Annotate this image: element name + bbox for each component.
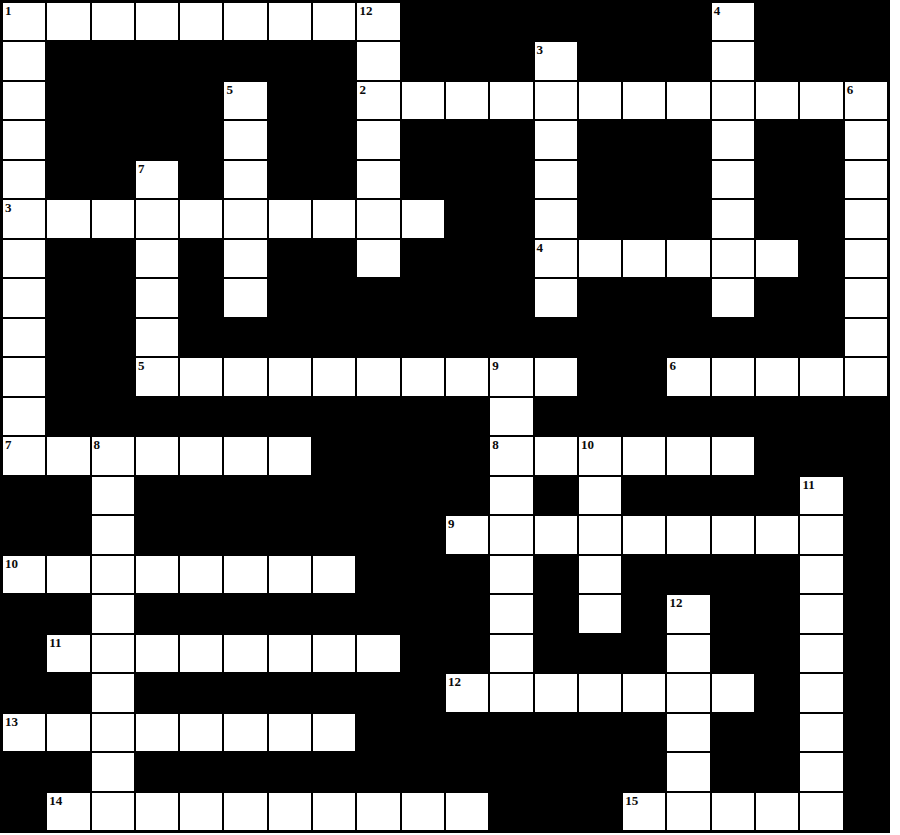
cell-r17-c15 bbox=[622, 634, 666, 673]
cell-r1-c7[interactable] bbox=[268, 2, 312, 41]
cell-r7-c4[interactable] bbox=[135, 239, 179, 278]
cell-r12-c11 bbox=[445, 436, 489, 475]
cell-r18-c11[interactable]: 12 bbox=[445, 673, 489, 712]
cell-r21-c6[interactable] bbox=[223, 792, 267, 831]
cell-r21-c9[interactable] bbox=[356, 792, 400, 831]
cell-r15-c8[interactable] bbox=[312, 555, 356, 594]
cell-r20-c3[interactable] bbox=[91, 752, 135, 791]
cell-r1-c3[interactable] bbox=[91, 2, 135, 41]
cell-r18-c16[interactable] bbox=[666, 673, 710, 712]
cell-r6-c1[interactable]: 3 bbox=[2, 199, 46, 238]
cell-r7-c16[interactable] bbox=[666, 239, 710, 278]
clue-number: 4 bbox=[537, 240, 544, 255]
cell-r8-c5 bbox=[179, 278, 223, 317]
cell-r11-c4 bbox=[135, 397, 179, 436]
cell-r21-c4[interactable] bbox=[135, 792, 179, 831]
cell-r4-c1[interactable] bbox=[2, 120, 46, 159]
clue-number: 10 bbox=[581, 437, 594, 452]
cell-r8-c6[interactable] bbox=[223, 278, 267, 317]
cell-r8-c18 bbox=[755, 278, 799, 317]
cell-r15-c6[interactable] bbox=[223, 555, 267, 594]
cell-r9-c10 bbox=[401, 318, 445, 357]
cell-r12-c14[interactable]: 10 bbox=[578, 436, 622, 475]
cell-r13-c19[interactable]: 11 bbox=[799, 476, 843, 515]
cell-r10-c10[interactable] bbox=[401, 357, 445, 396]
cell-r10-c6[interactable] bbox=[223, 357, 267, 396]
cell-r3-c3 bbox=[91, 81, 135, 120]
cell-r9-c13 bbox=[534, 318, 578, 357]
cell-r13-c12[interactable] bbox=[489, 476, 533, 515]
cell-r17-c12[interactable] bbox=[489, 634, 533, 673]
cell-r15-c14[interactable] bbox=[578, 555, 622, 594]
cell-r8-c20[interactable] bbox=[844, 278, 888, 317]
cell-r18-c15[interactable] bbox=[622, 673, 666, 712]
cell-r21-c14 bbox=[578, 792, 622, 831]
cell-r6-c8[interactable] bbox=[312, 199, 356, 238]
cell-r1-c10 bbox=[401, 2, 445, 41]
cell-r11-c3 bbox=[91, 397, 135, 436]
cell-r4-c13[interactable] bbox=[534, 120, 578, 159]
cell-r6-c10[interactable] bbox=[401, 199, 445, 238]
cell-r18-c13[interactable] bbox=[534, 673, 578, 712]
cell-r10-c20[interactable] bbox=[844, 357, 888, 396]
cell-r1-c4[interactable] bbox=[135, 2, 179, 41]
cell-r9-c8 bbox=[312, 318, 356, 357]
cell-r5-c5 bbox=[179, 160, 223, 199]
cell-r7-c14[interactable] bbox=[578, 239, 622, 278]
cell-r20-c5 bbox=[179, 752, 223, 791]
cell-r2-c12 bbox=[489, 41, 533, 80]
cell-r12-c16[interactable] bbox=[666, 436, 710, 475]
cell-r3-c20[interactable]: 6 bbox=[844, 81, 888, 120]
cell-r21-c11[interactable] bbox=[445, 792, 489, 831]
cell-r5-c18 bbox=[755, 160, 799, 199]
cell-r19-c6[interactable] bbox=[223, 713, 267, 752]
cell-r14-c17[interactable] bbox=[711, 515, 755, 554]
cell-r12-c1[interactable]: 7 bbox=[2, 436, 46, 475]
cell-r19-c5[interactable] bbox=[179, 713, 223, 752]
cell-r7-c12 bbox=[489, 239, 533, 278]
cell-r16-c4 bbox=[135, 594, 179, 633]
cell-r18-c9 bbox=[356, 673, 400, 712]
cell-r8-c9 bbox=[356, 278, 400, 317]
cell-r19-c19[interactable] bbox=[799, 713, 843, 752]
cell-r11-c15 bbox=[622, 397, 666, 436]
cell-r8-c15 bbox=[622, 278, 666, 317]
cell-r7-c15[interactable] bbox=[622, 239, 666, 278]
cell-r20-c13 bbox=[534, 752, 578, 791]
cell-r1-c5[interactable] bbox=[179, 2, 223, 41]
cell-r1-c8[interactable] bbox=[312, 2, 356, 41]
cell-r1-c1[interactable]: 1 bbox=[2, 2, 46, 41]
cell-r5-c9[interactable] bbox=[356, 160, 400, 199]
cell-r11-c18 bbox=[755, 397, 799, 436]
cell-r3-c15[interactable] bbox=[622, 81, 666, 120]
cell-r3-c6[interactable]: 5 bbox=[223, 81, 267, 120]
cell-r21-c18[interactable] bbox=[755, 792, 799, 831]
cell-r10-c8[interactable] bbox=[312, 357, 356, 396]
cell-r12-c17[interactable] bbox=[711, 436, 755, 475]
cell-r7-c7 bbox=[268, 239, 312, 278]
cell-r21-c20 bbox=[844, 792, 888, 831]
cell-r12-c7[interactable] bbox=[268, 436, 312, 475]
cell-r14-c5 bbox=[179, 515, 223, 554]
cell-r12-c15[interactable] bbox=[622, 436, 666, 475]
cell-r12-c5[interactable] bbox=[179, 436, 223, 475]
cell-r20-c10 bbox=[401, 752, 445, 791]
cell-r5-c16 bbox=[666, 160, 710, 199]
cell-r19-c14 bbox=[578, 713, 622, 752]
cell-r16-c19[interactable] bbox=[799, 594, 843, 633]
cell-r7-c20[interactable] bbox=[844, 239, 888, 278]
cell-r15-c1[interactable]: 10 bbox=[2, 555, 46, 594]
cell-r2-c9[interactable] bbox=[356, 41, 400, 80]
cell-r2-c5 bbox=[179, 41, 223, 80]
cell-r14-c3[interactable] bbox=[91, 515, 135, 554]
cell-r17-c5[interactable] bbox=[179, 634, 223, 673]
cell-r6-c9[interactable] bbox=[356, 199, 400, 238]
clue-number: 6 bbox=[669, 358, 676, 373]
cell-r19-c11 bbox=[445, 713, 489, 752]
cell-r20-c4 bbox=[135, 752, 179, 791]
cell-r18-c14[interactable] bbox=[578, 673, 622, 712]
cell-r7-c5 bbox=[179, 239, 223, 278]
cell-r1-c18 bbox=[755, 2, 799, 41]
cell-r3-c11[interactable] bbox=[445, 81, 489, 120]
cell-r4-c12 bbox=[489, 120, 533, 159]
cell-r3-c16[interactable] bbox=[666, 81, 710, 120]
cell-r2-c20 bbox=[844, 41, 888, 80]
cell-r18-c2 bbox=[46, 673, 90, 712]
cell-r17-c6[interactable] bbox=[223, 634, 267, 673]
cell-r21-c3[interactable] bbox=[91, 792, 135, 831]
cell-r15-c19[interactable] bbox=[799, 555, 843, 594]
cell-r3-c18[interactable] bbox=[755, 81, 799, 120]
cell-r7-c18[interactable] bbox=[755, 239, 799, 278]
cell-r10-c9[interactable] bbox=[356, 357, 400, 396]
cell-r6-c3[interactable] bbox=[91, 199, 135, 238]
cell-r2-c8 bbox=[312, 41, 356, 80]
cell-r18-c4 bbox=[135, 673, 179, 712]
cell-r2-c13[interactable]: 3 bbox=[534, 41, 578, 80]
cell-r21-c1 bbox=[2, 792, 46, 831]
cell-r9-c3 bbox=[91, 318, 135, 357]
cell-r15-c18 bbox=[755, 555, 799, 594]
cell-r11-c10 bbox=[401, 397, 445, 436]
clue-number: 6 bbox=[847, 82, 854, 97]
cell-r16-c12[interactable] bbox=[489, 594, 533, 633]
cell-r19-c16[interactable] bbox=[666, 713, 710, 752]
cell-r10-c5[interactable] bbox=[179, 357, 223, 396]
cell-r5-c6[interactable] bbox=[223, 160, 267, 199]
cell-r11-c1[interactable] bbox=[2, 397, 46, 436]
cell-r15-c4[interactable] bbox=[135, 555, 179, 594]
cell-r17-c4[interactable] bbox=[135, 634, 179, 673]
cell-r19-c10 bbox=[401, 713, 445, 752]
cell-r8-c4[interactable] bbox=[135, 278, 179, 317]
cell-r9-c1[interactable] bbox=[2, 318, 46, 357]
cell-r3-c12[interactable] bbox=[489, 81, 533, 120]
cell-r7-c11 bbox=[445, 239, 489, 278]
cell-r16-c7 bbox=[268, 594, 312, 633]
cell-r15-c7[interactable] bbox=[268, 555, 312, 594]
cell-r2-c3 bbox=[91, 41, 135, 80]
cell-r8-c1[interactable] bbox=[2, 278, 46, 317]
cell-r6-c12 bbox=[489, 199, 533, 238]
cell-r5-c19 bbox=[799, 160, 843, 199]
cell-r20-c16[interactable] bbox=[666, 752, 710, 791]
cell-r20-c6 bbox=[223, 752, 267, 791]
cell-r19-c8[interactable] bbox=[312, 713, 356, 752]
cell-r10-c19[interactable] bbox=[799, 357, 843, 396]
cell-r7-c13[interactable]: 4 bbox=[534, 239, 578, 278]
cell-r16-c10 bbox=[401, 594, 445, 633]
cell-r3-c10[interactable] bbox=[401, 81, 445, 120]
cell-r12-c6[interactable] bbox=[223, 436, 267, 475]
clue-number: 13 bbox=[5, 714, 18, 729]
cell-r19-c9 bbox=[356, 713, 400, 752]
cell-r7-c1[interactable] bbox=[2, 239, 46, 278]
cell-r15-c10 bbox=[401, 555, 445, 594]
cell-r10-c13[interactable] bbox=[534, 357, 578, 396]
cell-r11-c12[interactable] bbox=[489, 397, 533, 436]
cell-r8-c2 bbox=[46, 278, 90, 317]
cell-r10-c4[interactable]: 5 bbox=[135, 357, 179, 396]
cell-r7-c9[interactable] bbox=[356, 239, 400, 278]
cell-r8-c17[interactable] bbox=[711, 278, 755, 317]
cell-r13-c3[interactable] bbox=[91, 476, 135, 515]
cell-r7-c3 bbox=[91, 239, 135, 278]
cell-r6-c7[interactable] bbox=[268, 199, 312, 238]
cell-r21-c10[interactable] bbox=[401, 792, 445, 831]
cell-r16-c9 bbox=[356, 594, 400, 633]
cell-r17-c3[interactable] bbox=[91, 634, 135, 673]
cell-r17-c19[interactable] bbox=[799, 634, 843, 673]
cell-r21-c19[interactable] bbox=[799, 792, 843, 831]
cell-r1-c17[interactable]: 4 bbox=[711, 2, 755, 41]
cell-r5-c20[interactable] bbox=[844, 160, 888, 199]
cell-r15-c20 bbox=[844, 555, 888, 594]
cell-r21-c16[interactable] bbox=[666, 792, 710, 831]
cell-r12-c3[interactable]: 8 bbox=[91, 436, 135, 475]
cell-r16-c16[interactable]: 12 bbox=[666, 594, 710, 633]
cell-r14-c13[interactable] bbox=[534, 515, 578, 554]
cell-r3-c13[interactable] bbox=[534, 81, 578, 120]
cell-r18-c3[interactable] bbox=[91, 673, 135, 712]
cell-r21-c2[interactable]: 14 bbox=[46, 792, 90, 831]
cell-r4-c20[interactable] bbox=[844, 120, 888, 159]
cell-r5-c17[interactable] bbox=[711, 160, 755, 199]
cell-r6-c5[interactable] bbox=[179, 199, 223, 238]
cell-r14-c14[interactable] bbox=[578, 515, 622, 554]
cell-r3-c9[interactable]: 2 bbox=[356, 81, 400, 120]
cell-r9-c15 bbox=[622, 318, 666, 357]
cell-r2-c17[interactable] bbox=[711, 41, 755, 80]
clue-number: 11 bbox=[49, 635, 61, 650]
cell-r14-c15[interactable] bbox=[622, 515, 666, 554]
cell-r2-c7 bbox=[268, 41, 312, 80]
cell-r12-c9 bbox=[356, 436, 400, 475]
cell-r12-c13[interactable] bbox=[534, 436, 578, 475]
cell-r4-c10 bbox=[401, 120, 445, 159]
cell-r20-c7 bbox=[268, 752, 312, 791]
cell-r20-c19[interactable] bbox=[799, 752, 843, 791]
cell-r3-c17[interactable] bbox=[711, 81, 755, 120]
cell-r21-c8[interactable] bbox=[312, 792, 356, 831]
clue-number: 3 bbox=[5, 200, 12, 215]
cell-r18-c10 bbox=[401, 673, 445, 712]
cell-r6-c13[interactable] bbox=[534, 199, 578, 238]
cell-r4-c17[interactable] bbox=[711, 120, 755, 159]
cell-r19-c3[interactable] bbox=[91, 713, 135, 752]
cell-r4-c9[interactable] bbox=[356, 120, 400, 159]
cell-r10-c12[interactable]: 9 bbox=[489, 357, 533, 396]
cell-r18-c19[interactable] bbox=[799, 673, 843, 712]
clue-number: 10 bbox=[5, 556, 18, 571]
cell-r14-c8 bbox=[312, 515, 356, 554]
cell-r21-c7[interactable] bbox=[268, 792, 312, 831]
cell-r10-c16[interactable]: 6 bbox=[666, 357, 710, 396]
cell-r20-c8 bbox=[312, 752, 356, 791]
cell-r16-c20 bbox=[844, 594, 888, 633]
cell-r5-c1[interactable] bbox=[2, 160, 46, 199]
cell-r17-c9[interactable] bbox=[356, 634, 400, 673]
cell-r9-c4[interactable] bbox=[135, 318, 179, 357]
cell-r15-c12[interactable] bbox=[489, 555, 533, 594]
cell-r19-c1[interactable]: 13 bbox=[2, 713, 46, 752]
cell-r17-c2[interactable]: 11 bbox=[46, 634, 90, 673]
cell-r10-c3 bbox=[91, 357, 135, 396]
cell-r21-c15[interactable]: 15 bbox=[622, 792, 666, 831]
clue-number: 15 bbox=[625, 793, 638, 808]
cell-r19-c7[interactable] bbox=[268, 713, 312, 752]
cell-r11-c8 bbox=[312, 397, 356, 436]
cell-r2-c1[interactable] bbox=[2, 41, 46, 80]
cell-r6-c4[interactable] bbox=[135, 199, 179, 238]
cell-r11-c14 bbox=[578, 397, 622, 436]
cell-r12-c19 bbox=[799, 436, 843, 475]
cell-r1-c14 bbox=[578, 2, 622, 41]
cell-r17-c16[interactable] bbox=[666, 634, 710, 673]
cell-r1-c6[interactable] bbox=[223, 2, 267, 41]
cell-r12-c12[interactable]: 8 bbox=[489, 436, 533, 475]
cell-r15-c2[interactable] bbox=[46, 555, 90, 594]
cell-r17-c7[interactable] bbox=[268, 634, 312, 673]
cell-r10-c1[interactable] bbox=[2, 357, 46, 396]
cell-r1-c9[interactable]: 12 bbox=[356, 2, 400, 41]
cell-r4-c7 bbox=[268, 120, 312, 159]
cell-r13-c2 bbox=[46, 476, 90, 515]
cell-r6-c17[interactable] bbox=[711, 199, 755, 238]
cell-r15-c5[interactable] bbox=[179, 555, 223, 594]
cell-r20-c12 bbox=[489, 752, 533, 791]
cell-r5-c4[interactable]: 7 bbox=[135, 160, 179, 199]
cell-r5-c13[interactable] bbox=[534, 160, 578, 199]
cell-r12-c2[interactable] bbox=[46, 436, 90, 475]
crossword-grid: 112435267345967881011910121112131415 bbox=[0, 0, 890, 833]
cell-r21-c17[interactable] bbox=[711, 792, 755, 831]
cell-r10-c11[interactable] bbox=[445, 357, 489, 396]
cell-r17-c8[interactable] bbox=[312, 634, 356, 673]
cell-r11-c6 bbox=[223, 397, 267, 436]
cell-r19-c4[interactable] bbox=[135, 713, 179, 752]
cell-r6-c2[interactable] bbox=[46, 199, 90, 238]
cell-r9-c20[interactable] bbox=[844, 318, 888, 357]
cell-r19-c2[interactable] bbox=[46, 713, 90, 752]
cell-r15-c3[interactable] bbox=[91, 555, 135, 594]
cell-r16-c3[interactable] bbox=[91, 594, 135, 633]
cell-r12-c4[interactable] bbox=[135, 436, 179, 475]
cell-r10-c2 bbox=[46, 357, 90, 396]
cell-r4-c6[interactable] bbox=[223, 120, 267, 159]
cell-r7-c17[interactable] bbox=[711, 239, 755, 278]
cell-r13-c7 bbox=[268, 476, 312, 515]
cell-r6-c6[interactable] bbox=[223, 199, 267, 238]
cell-r6-c20[interactable] bbox=[844, 199, 888, 238]
cell-r9-c16 bbox=[666, 318, 710, 357]
cell-r8-c13[interactable] bbox=[534, 278, 578, 317]
cell-r14-c16[interactable] bbox=[666, 515, 710, 554]
cell-r21-c5[interactable] bbox=[179, 792, 223, 831]
cell-r3-c1[interactable] bbox=[2, 81, 46, 120]
cell-r14-c11[interactable]: 9 bbox=[445, 515, 489, 554]
cell-r10-c18[interactable] bbox=[755, 357, 799, 396]
cell-r3-c14[interactable] bbox=[578, 81, 622, 120]
cell-r8-c8 bbox=[312, 278, 356, 317]
cell-r5-c7 bbox=[268, 160, 312, 199]
cell-r14-c18[interactable] bbox=[755, 515, 799, 554]
cell-r5-c3 bbox=[91, 160, 135, 199]
cell-r5-c10 bbox=[401, 160, 445, 199]
clue-number: 14 bbox=[49, 793, 62, 808]
cell-r10-c15 bbox=[622, 357, 666, 396]
cell-r1-c2[interactable] bbox=[46, 2, 90, 41]
cell-r7-c2 bbox=[46, 239, 90, 278]
cell-r16-c14[interactable] bbox=[578, 594, 622, 633]
cell-r18-c12[interactable] bbox=[489, 673, 533, 712]
cell-r8-c12 bbox=[489, 278, 533, 317]
cell-r14-c19[interactable] bbox=[799, 515, 843, 554]
cell-r16-c2 bbox=[46, 594, 90, 633]
cell-r18-c6 bbox=[223, 673, 267, 712]
cell-r10-c17[interactable] bbox=[711, 357, 755, 396]
cell-r17-c14 bbox=[578, 634, 622, 673]
cell-r3-c8 bbox=[312, 81, 356, 120]
cell-r1-c13 bbox=[534, 2, 578, 41]
cell-r20-c11 bbox=[445, 752, 489, 791]
cell-r13-c14[interactable] bbox=[578, 476, 622, 515]
cell-r8-c14 bbox=[578, 278, 622, 317]
cell-r18-c17[interactable] bbox=[711, 673, 755, 712]
cell-r4-c2 bbox=[46, 120, 90, 159]
cell-r3-c19[interactable] bbox=[799, 81, 843, 120]
cell-r7-c10 bbox=[401, 239, 445, 278]
cell-r11-c17 bbox=[711, 397, 755, 436]
cell-r8-c11 bbox=[445, 278, 489, 317]
cell-r14-c12[interactable] bbox=[489, 515, 533, 554]
cell-r13-c16 bbox=[666, 476, 710, 515]
cell-r12-c10 bbox=[401, 436, 445, 475]
clue-number: 12 bbox=[669, 595, 682, 610]
cell-r10-c7[interactable] bbox=[268, 357, 312, 396]
cell-r17-c20 bbox=[844, 634, 888, 673]
cell-r16-c5 bbox=[179, 594, 223, 633]
cell-r14-c1 bbox=[2, 515, 46, 554]
cell-r7-c6[interactable] bbox=[223, 239, 267, 278]
cell-r19-c15 bbox=[622, 713, 666, 752]
cell-r3-c4 bbox=[135, 81, 179, 120]
cell-r15-c9 bbox=[356, 555, 400, 594]
